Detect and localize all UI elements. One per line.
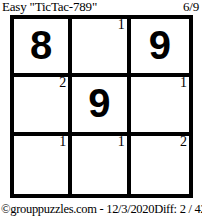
cell-r2c0[interactable]: 1 xyxy=(14,136,72,194)
cell-corner-clue: 2 xyxy=(180,134,187,150)
difficulty-label: Diff: xyxy=(154,202,177,217)
cell-value: 9 xyxy=(88,83,110,123)
cell-r0c1[interactable]: 1 xyxy=(72,19,130,77)
cell-r2c2[interactable]: 2 xyxy=(131,136,189,194)
difficulty: Diff: 2 / 42 xyxy=(154,202,202,217)
cell-corner-clue: 1 xyxy=(180,75,187,91)
cell-r1c0[interactable]: 2 xyxy=(14,77,72,135)
progress-counter: 6/9 xyxy=(183,0,199,14)
copyright-text: ©grouppuzzles.com - 12/3/2020 xyxy=(1,202,154,217)
cell-corner-clue: 1 xyxy=(59,134,66,150)
cell-value: 8 xyxy=(30,25,52,65)
cell-r1c2[interactable]: 1 xyxy=(131,77,189,135)
cell-corner-clue: 2 xyxy=(59,75,66,91)
cell-corner-clue: 1 xyxy=(118,134,125,150)
cell-r2c1[interactable]: 1 xyxy=(72,136,130,194)
puzzle-title: Easy "TicTac-789" xyxy=(2,0,97,14)
cell-corner-clue: 1 xyxy=(118,17,125,33)
header: Easy "TicTac-789" 6/9 xyxy=(2,0,199,14)
cell-r0c0[interactable]: 8 xyxy=(14,19,72,77)
difficulty-value: 2 / 42 xyxy=(180,202,202,217)
cell-r0c2[interactable]: 9 xyxy=(131,19,189,77)
footer: ©grouppuzzles.com - 12/3/2020 Diff: 2 / … xyxy=(1,202,198,217)
cell-r1c1[interactable]: 9 xyxy=(72,77,130,135)
puzzle-board: 819291112 xyxy=(10,15,193,198)
cell-value: 9 xyxy=(149,25,171,65)
